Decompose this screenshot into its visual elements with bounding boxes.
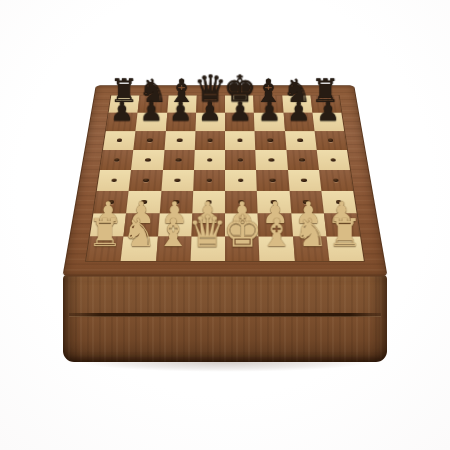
peg-hole	[270, 179, 276, 183]
peg-hole	[177, 139, 182, 142]
square-g6	[285, 131, 317, 150]
square-c5	[163, 150, 195, 170]
square-g5	[286, 150, 319, 170]
peg-hole	[238, 179, 243, 183]
square-c4	[161, 170, 194, 191]
piece-black-pawn: ♟	[257, 98, 281, 124]
piece-black-pawn: ♟	[228, 98, 252, 124]
square-e5	[225, 150, 256, 170]
square-a7: ♟	[106, 113, 138, 131]
square-b1: ♞	[121, 236, 158, 261]
square-h1: ♜	[326, 236, 363, 261]
square-h6	[314, 131, 347, 150]
piece-black-pawn: ♟	[198, 98, 222, 124]
piece-white-knight: ♞	[294, 214, 329, 253]
square-f1: ♝	[259, 236, 295, 261]
peg-hole	[207, 158, 212, 161]
peg-hole	[333, 179, 339, 183]
peg-hole	[301, 179, 307, 183]
square-b6	[134, 131, 166, 150]
peg-hole	[207, 139, 212, 142]
square-f5	[255, 150, 287, 170]
square-d4	[193, 170, 225, 191]
piece-white-queen: ♛	[188, 209, 227, 253]
square-f7: ♟	[254, 113, 284, 131]
square-g4	[288, 170, 322, 191]
piece-black-pawn: ♟	[287, 98, 311, 124]
chess-box: ♜♞♝♛♚♝♞♜♟♟♟♟♟♟♟♟♟♟♟♟♟♟♟♟♜♞♝♛♚♝♞♜	[0, 0, 450, 450]
peg-hole	[145, 158, 151, 161]
piece-black-pawn: ♟	[110, 98, 134, 124]
peg-hole	[143, 179, 149, 183]
piece-white-knight: ♞	[122, 214, 157, 253]
peg-hole	[147, 139, 152, 142]
square-h7: ♟	[312, 113, 344, 131]
peg-hole	[114, 158, 120, 161]
square-b4	[129, 170, 163, 191]
square-a5	[100, 150, 134, 170]
square-e7: ♟	[225, 113, 255, 131]
square-e6	[225, 131, 255, 150]
square-g1: ♞	[293, 236, 330, 261]
peg-hole	[176, 158, 181, 161]
square-a4	[97, 170, 131, 191]
square-a1: ♜	[86, 236, 123, 261]
piece-black-pawn: ♟	[169, 98, 193, 124]
peg-hole	[330, 158, 336, 161]
square-b7: ♟	[136, 113, 167, 131]
square-d1: ♛	[190, 236, 225, 261]
peg-hole	[298, 139, 303, 142]
square-h4	[319, 170, 353, 191]
square-c1: ♝	[156, 236, 192, 261]
piece-black-pawn: ♟	[317, 98, 341, 124]
peg-hole	[237, 139, 242, 142]
box-top-face: ♜♞♝♛♚♝♞♜♟♟♟♟♟♟♟♟♟♟♟♟♟♟♟♟♜♞♝♛♚♝♞♜	[62, 85, 387, 276]
square-f6	[255, 131, 286, 150]
piece-white-king: ♚	[222, 209, 261, 253]
peg-hole	[269, 158, 274, 161]
product-photo: ♜♞♝♛♚♝♞♜♟♟♟♟♟♟♟♟♟♟♟♟♟♟♟♟♜♞♝♛♚♝♞♜	[0, 0, 450, 450]
box-lid-seam	[69, 313, 380, 317]
piece-black-pawn: ♟	[139, 98, 163, 124]
square-e4	[225, 170, 257, 191]
square-a6	[103, 131, 136, 150]
peg-hole	[299, 158, 305, 161]
square-c6	[164, 131, 195, 150]
square-c7: ♟	[165, 113, 195, 131]
piece-white-rook: ♜	[87, 214, 122, 253]
chess-board: ♜♞♝♛♚♝♞♜♟♟♟♟♟♟♟♟♟♟♟♟♟♟♟♟♜♞♝♛♚♝♞♜	[86, 95, 364, 260]
square-f4	[256, 170, 289, 191]
peg-hole	[111, 179, 117, 183]
piece-white-rook: ♜	[328, 214, 363, 253]
piece-white-bishop: ♝	[259, 214, 294, 253]
square-d7: ♟	[195, 113, 225, 131]
square-e1: ♚	[225, 236, 260, 261]
square-b5	[131, 150, 164, 170]
square-h5	[316, 150, 350, 170]
piece-white-bishop: ♝	[156, 214, 191, 253]
peg-hole	[206, 179, 211, 183]
square-d5	[194, 150, 225, 170]
peg-hole	[238, 158, 243, 161]
square-g7: ♟	[283, 113, 314, 131]
box-front-face	[63, 275, 387, 362]
peg-hole	[328, 139, 334, 142]
peg-hole	[175, 179, 181, 183]
peg-hole	[268, 139, 273, 142]
square-d6	[195, 131, 225, 150]
peg-hole	[117, 139, 123, 142]
